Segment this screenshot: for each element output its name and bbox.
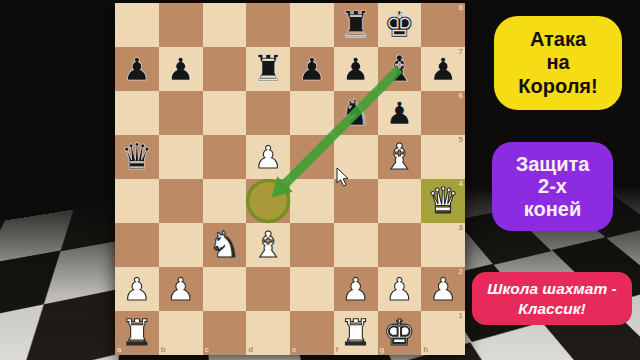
- file-label-d: d: [248, 346, 253, 354]
- square-b7[interactable]: ♟: [159, 47, 203, 91]
- square-e7[interactable]: ♟: [290, 47, 334, 91]
- square-f5[interactable]: [334, 135, 378, 179]
- piece-white-bishop[interactable]: ♝: [378, 135, 422, 179]
- rank-label-6: 6: [459, 92, 463, 100]
- piece-white-rook[interactable]: ♜: [115, 311, 159, 355]
- piece-black-pawn[interactable]: ♟: [159, 47, 203, 91]
- rank-label-1: 1: [459, 312, 463, 320]
- square-e4[interactable]: [290, 179, 334, 223]
- rank-label-7: 7: [459, 48, 463, 56]
- square-d7[interactable]: ♜: [246, 47, 290, 91]
- square-a4[interactable]: [115, 179, 159, 223]
- chess-board[interactable]: ♜♚8♟♟♜♟♟♝♟7♞♟6♛♟♝5♛4♞♝3♟♟♟♟♟2♜abcde♜f♚gh…: [115, 3, 465, 355]
- square-g7[interactable]: ♝: [378, 47, 422, 91]
- piece-white-pawn[interactable]: ♟: [378, 267, 422, 311]
- square-a6[interactable]: [115, 91, 159, 135]
- banner-attack-line2: на: [546, 51, 569, 74]
- square-c3[interactable]: ♞: [203, 223, 247, 267]
- rank-label-5: 5: [459, 136, 463, 144]
- banner-chess-school: Школа шахмат - Классик!: [472, 272, 632, 325]
- piece-white-rook[interactable]: ♜: [334, 311, 378, 355]
- square-b5[interactable]: [159, 135, 203, 179]
- square-h4[interactable]: ♛4: [421, 179, 465, 223]
- square-c2[interactable]: [203, 267, 247, 311]
- square-h2[interactable]: ♟2: [421, 267, 465, 311]
- square-a3[interactable]: [115, 223, 159, 267]
- square-d1[interactable]: d: [246, 311, 290, 355]
- banner-attack-line3: Короля!: [518, 75, 597, 98]
- square-d6[interactable]: [246, 91, 290, 135]
- square-g8[interactable]: ♚: [378, 3, 422, 47]
- piece-black-pawn[interactable]: ♟: [334, 47, 378, 91]
- square-f4[interactable]: [334, 179, 378, 223]
- square-g1[interactable]: ♚g: [378, 311, 422, 355]
- square-c4[interactable]: [203, 179, 247, 223]
- square-f7[interactable]: ♟: [334, 47, 378, 91]
- square-g3[interactable]: [378, 223, 422, 267]
- square-g2[interactable]: ♟: [378, 267, 422, 311]
- square-f8[interactable]: ♜: [334, 3, 378, 47]
- square-h5[interactable]: 5: [421, 135, 465, 179]
- square-f2[interactable]: ♟: [334, 267, 378, 311]
- square-c6[interactable]: [203, 91, 247, 135]
- square-b1[interactable]: b: [159, 311, 203, 355]
- square-d4[interactable]: [246, 179, 290, 223]
- piece-white-pawn[interactable]: ♟: [159, 267, 203, 311]
- square-c1[interactable]: c: [203, 311, 247, 355]
- banner-school-line2: Классик!: [518, 299, 586, 318]
- piece-black-queen[interactable]: ♛: [115, 135, 159, 179]
- piece-white-pawn[interactable]: ♟: [246, 135, 290, 179]
- piece-black-bishop[interactable]: ♝: [378, 47, 422, 91]
- square-g5[interactable]: ♝: [378, 135, 422, 179]
- piece-black-rook[interactable]: ♜: [246, 47, 290, 91]
- square-f1[interactable]: ♜f: [334, 311, 378, 355]
- square-b3[interactable]: [159, 223, 203, 267]
- file-label-e: e: [292, 346, 296, 354]
- piece-white-pawn[interactable]: ♟: [334, 267, 378, 311]
- square-c5[interactable]: [203, 135, 247, 179]
- square-a7[interactable]: ♟: [115, 47, 159, 91]
- file-label-b: b: [161, 346, 166, 354]
- square-f6[interactable]: ♞: [334, 91, 378, 135]
- square-b6[interactable]: [159, 91, 203, 135]
- square-c8[interactable]: [203, 3, 247, 47]
- square-b2[interactable]: ♟: [159, 267, 203, 311]
- square-e6[interactable]: [290, 91, 334, 135]
- square-e1[interactable]: e: [290, 311, 334, 355]
- banner-defense-line2: 2-х: [538, 175, 567, 197]
- square-e5[interactable]: [290, 135, 334, 179]
- square-g4[interactable]: [378, 179, 422, 223]
- piece-black-pawn[interactable]: ♟: [115, 47, 159, 91]
- square-h8[interactable]: 8: [421, 3, 465, 47]
- square-h1[interactable]: h1: [421, 311, 465, 355]
- file-label-h: h: [423, 346, 428, 354]
- square-b4[interactable]: [159, 179, 203, 223]
- square-e3[interactable]: [290, 223, 334, 267]
- banner-two-knights-defense: Защита 2-х коней: [492, 142, 613, 231]
- rank-label-2: 2: [459, 268, 463, 276]
- square-e2[interactable]: [290, 267, 334, 311]
- square-h7[interactable]: ♟7: [421, 47, 465, 91]
- square-a1[interactable]: ♜a: [115, 311, 159, 355]
- piece-white-bishop[interactable]: ♝: [246, 223, 290, 267]
- piece-white-knight[interactable]: ♞: [203, 223, 247, 267]
- square-e8[interactable]: [290, 3, 334, 47]
- file-label-g: g: [380, 346, 385, 354]
- banner-school-line1: Школа шахмат -: [487, 279, 616, 298]
- video-frame: ♜♚8♟♟♜♟♟♝♟7♞♟6♛♟♝5♛4♞♝3♟♟♟♟♟2♜abcde♜f♚gh…: [0, 0, 640, 360]
- banner-attack-line1: Атака: [530, 28, 586, 51]
- banner-defense-line3: коней: [524, 198, 581, 220]
- square-a2[interactable]: ♟: [115, 267, 159, 311]
- square-d3[interactable]: ♝: [246, 223, 290, 267]
- piece-black-pawn[interactable]: ♟: [378, 91, 422, 135]
- piece-black-rook[interactable]: ♜: [334, 3, 378, 47]
- square-d8[interactable]: [246, 3, 290, 47]
- file-label-a: a: [117, 346, 121, 354]
- square-f3[interactable]: [334, 223, 378, 267]
- square-a8[interactable]: [115, 3, 159, 47]
- piece-white-pawn[interactable]: ♟: [115, 267, 159, 311]
- piece-black-pawn[interactable]: ♟: [290, 47, 334, 91]
- rank-label-4: 4: [459, 180, 463, 188]
- square-d5[interactable]: ♟: [246, 135, 290, 179]
- square-h6[interactable]: 6: [421, 91, 465, 135]
- file-label-f: f: [336, 346, 339, 354]
- rank-label-3: 3: [459, 224, 463, 232]
- piece-black-king[interactable]: ♚: [378, 3, 422, 47]
- square-d2[interactable]: [246, 267, 290, 311]
- banner-attack-king: Атака на Короля!: [494, 16, 622, 110]
- piece-black-knight[interactable]: ♞: [334, 91, 378, 135]
- square-h3[interactable]: 3: [421, 223, 465, 267]
- banner-defense-line1: Защита: [516, 153, 590, 175]
- square-a5[interactable]: ♛: [115, 135, 159, 179]
- square-g6[interactable]: ♟: [378, 91, 422, 135]
- square-c7[interactable]: [203, 47, 247, 91]
- file-label-c: c: [205, 346, 209, 354]
- square-b8[interactable]: [159, 3, 203, 47]
- rank-label-8: 8: [459, 4, 463, 12]
